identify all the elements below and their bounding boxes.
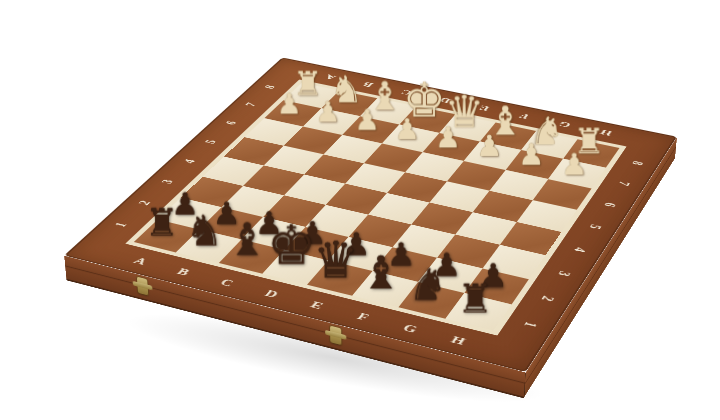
rank-label-7-left: 7: [243, 102, 260, 108]
brass-clasp-left: [137, 277, 148, 296]
light-wood-pawn-b7: ♟: [306, 99, 349, 125]
file-label-h-back: H: [599, 128, 615, 137]
dark-wood-king-d1: ♚: [267, 222, 316, 272]
dark-wood-rook-a1: ♜: [138, 206, 186, 241]
dark-wood-rook-h1: ♜: [449, 280, 500, 317]
rank-label-8-left: 8: [262, 84, 279, 90]
brass-clasp-center: [330, 326, 341, 345]
dark-wood-bishop-f1: ♝: [356, 252, 406, 294]
light-wood-pawn-g7: ♟: [509, 141, 554, 168]
light-wood-pawn-f7: ♟: [467, 133, 512, 160]
rank-label-4-left: 4: [181, 158, 199, 165]
light-wood-pawn-d7: ♟: [385, 116, 429, 142]
light-wood-pawn-c7: ♟: [346, 107, 390, 133]
chess-board: ♜♞♝♚♛♝♞♜♟♟♟♟♟♟♟♟♟♟♟♟♟♟♟♟♜♞♝♚♛♝♞♜ A B C D…: [64, 58, 677, 373]
rank-label-6-left: 6: [223, 120, 240, 126]
dark-wood-bishop-c1: ♝: [223, 220, 272, 261]
dark-wood-knight-g1: ♞: [402, 265, 453, 306]
dark-wood-queen-e1: ♛: [311, 236, 361, 283]
scene: ♜♞♝♚♛♝♞♜♟♟♟♟♟♟♟♟♟♟♟♟♟♟♟♟♜♞♝♚♛♝♞♜ A B C D…: [0, 0, 720, 420]
rank-label-7-right: 7: [615, 180, 633, 187]
rank-label-1-left: 1: [112, 221, 131, 228]
rank-label-8-right: 8: [629, 160, 647, 167]
rank-label-5-left: 5: [203, 139, 221, 145]
light-wood-pawn-a7: ♟: [268, 91, 311, 117]
light-wood-pawn-e7: ♟: [426, 124, 470, 151]
rank-label-1-right: 1: [520, 320, 541, 329]
light-wood-pawn-h7: ♟: [552, 150, 597, 177]
dark-wood-knight-b1: ♞: [180, 212, 228, 251]
product-photo: ♜♞♝♚♛♝♞♜♟♟♟♟♟♟♟♟♟♟♟♟♟♟♟♟♜♞♝♚♛♝♞♜ A B C D…: [0, 0, 720, 420]
